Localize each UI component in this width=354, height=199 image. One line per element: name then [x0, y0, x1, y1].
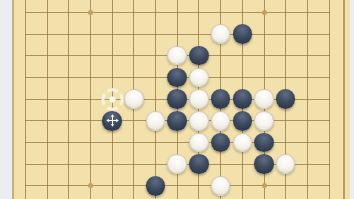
black-stone	[233, 111, 253, 131]
page-background	[0, 0, 354, 199]
grid-line-horizontal	[25, 185, 330, 186]
white-stone	[167, 154, 187, 174]
black-stone	[233, 89, 253, 109]
black-stone	[254, 133, 274, 153]
grid-line-horizontal	[25, 12, 330, 13]
star-point	[262, 183, 267, 188]
black-stone	[146, 176, 166, 196]
white-stone	[189, 68, 209, 88]
white-stone	[189, 133, 209, 153]
black-stone	[276, 89, 296, 109]
white-stone	[254, 111, 274, 131]
board-left-edge	[12, 0, 14, 199]
grid-line-horizontal	[25, 142, 330, 143]
black-stone	[254, 154, 274, 174]
white-stone	[233, 133, 253, 153]
gomoku-board[interactable]	[12, 0, 350, 199]
board-right-edge	[343, 0, 345, 199]
black-stone	[211, 89, 231, 109]
move-cursor-icon[interactable]	[105, 114, 119, 128]
white-stone	[211, 176, 231, 196]
white-stone	[124, 89, 144, 109]
white-stone	[146, 111, 166, 131]
placement-reticle-icon[interactable]	[99, 86, 126, 113]
white-stone	[167, 46, 187, 66]
star-point	[262, 10, 267, 15]
white-stone	[211, 24, 231, 44]
star-point	[88, 183, 93, 188]
black-stone	[189, 46, 209, 66]
star-point	[88, 10, 93, 15]
white-stone	[276, 154, 296, 174]
black-stone	[167, 89, 187, 109]
white-stone	[211, 111, 231, 131]
white-stone	[254, 89, 274, 109]
white-stone	[189, 89, 209, 109]
black-stone	[189, 154, 209, 174]
grid-line-horizontal	[25, 34, 330, 35]
black-stone	[167, 111, 187, 131]
black-stone	[211, 133, 231, 153]
white-stone	[189, 111, 209, 131]
black-stone	[233, 24, 253, 44]
black-stone	[167, 68, 187, 88]
